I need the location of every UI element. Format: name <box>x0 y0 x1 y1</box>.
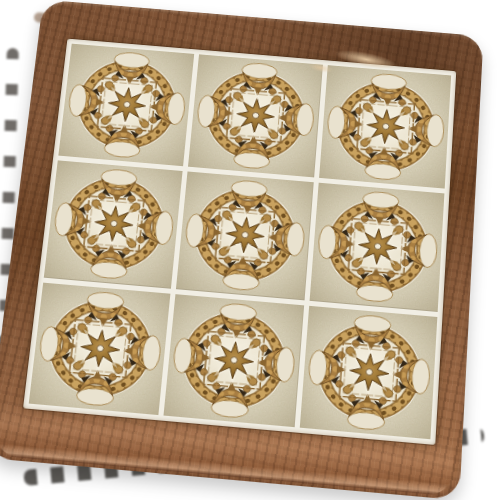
tile-r1c3-star-medallion <box>319 65 451 189</box>
star-medallion-icon <box>188 54 322 177</box>
tile-r1c2-star-medallion <box>188 54 322 177</box>
product-photo-scene <box>0 0 500 500</box>
tile-r2c2-star-medallion <box>176 172 313 300</box>
tile-top-table <box>0 0 484 500</box>
star-medallion-icon <box>44 161 183 289</box>
star-medallion-icon <box>176 172 313 300</box>
tile-r2c1-star-medallion <box>44 161 183 289</box>
tile-grid <box>23 39 456 445</box>
tile-r3c1-star-medallion <box>29 282 171 415</box>
star-medallion-icon <box>299 305 437 439</box>
tile-r2c3-star-medallion <box>309 183 444 312</box>
tile-r1c1-star-medallion <box>58 44 194 167</box>
tile-r3c3-star-medallion <box>299 305 437 439</box>
star-medallion-icon <box>164 294 304 427</box>
star-medallion-icon <box>58 44 194 167</box>
tile-r3c2-star-medallion <box>164 294 304 427</box>
star-medallion-icon <box>29 282 171 415</box>
star-medallion-icon <box>319 65 451 189</box>
star-medallion-icon <box>309 183 444 312</box>
